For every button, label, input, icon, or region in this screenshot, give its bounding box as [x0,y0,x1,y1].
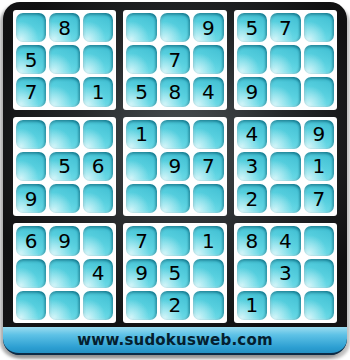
cell-r9c1[interactable] [16,291,46,320]
cell-r6c5[interactable] [160,184,190,213]
cell-r3c5[interactable]: 8 [160,77,190,106]
box-2-3: 493127 [234,117,337,217]
cell-r5c3[interactable]: 6 [83,152,113,181]
cell-r4c5[interactable] [160,120,190,149]
cell-r9c3[interactable] [83,291,113,320]
cell-r9c5[interactable]: 2 [160,291,190,320]
cell-r9c9[interactable] [304,291,334,320]
cell-r6c3[interactable] [83,184,113,213]
cell-r5c9[interactable]: 1 [304,152,334,181]
website-link[interactable]: www.sudokusweb.com [77,331,272,349]
cell-r1c3[interactable] [83,13,113,42]
cell-r7c3[interactable] [83,226,113,255]
cell-r5c5[interactable]: 9 [160,152,190,181]
box-1-3: 579 [234,10,337,110]
cell-r3c1[interactable]: 7 [16,77,46,106]
cell-r5c2[interactable]: 5 [49,152,79,181]
cell-r4c4[interactable]: 1 [126,120,156,149]
cell-r7c9[interactable] [304,226,334,255]
cell-r9c7[interactable]: 1 [237,291,267,320]
cell-r8c5[interactable]: 5 [160,259,190,288]
cell-r7c8[interactable]: 4 [270,226,300,255]
box-1-1: 8571 [13,10,116,110]
cell-r2c4[interactable] [126,45,156,74]
cell-r1c2[interactable]: 8 [49,13,79,42]
cell-r2c7[interactable] [237,45,267,74]
cell-r9c4[interactable] [126,291,156,320]
cell-r6c9[interactable]: 7 [304,184,334,213]
cell-r1c1[interactable] [16,13,46,42]
box-3-1: 694 [13,223,116,323]
cell-r2c8[interactable] [270,45,300,74]
sudoku-page: 857197584579569197493127694719528431 www… [0,0,350,360]
box-2-1: 569 [13,117,116,217]
cell-r3c2[interactable] [49,77,79,106]
box-2-2: 197 [123,117,226,217]
cell-r5c1[interactable] [16,152,46,181]
cell-r2c5[interactable]: 7 [160,45,190,74]
box-3-3: 8431 [234,223,337,323]
cell-r4c9[interactable]: 9 [304,120,334,149]
cell-r8c6[interactable] [193,259,223,288]
cell-r1c5[interactable] [160,13,190,42]
cell-r3c6[interactable]: 4 [193,77,223,106]
cell-r2c6[interactable] [193,45,223,74]
cell-r6c8[interactable] [270,184,300,213]
cell-r6c6[interactable] [193,184,223,213]
cell-r9c8[interactable] [270,291,300,320]
cell-r2c2[interactable] [49,45,79,74]
cell-r8c3[interactable]: 4 [83,259,113,288]
cell-r7c5[interactable] [160,226,190,255]
cell-r3c3[interactable]: 1 [83,77,113,106]
cell-r8c9[interactable] [304,259,334,288]
cell-r6c7[interactable]: 2 [237,184,267,213]
cell-r1c6[interactable]: 9 [193,13,223,42]
cell-r4c2[interactable] [49,120,79,149]
cell-r1c4[interactable] [126,13,156,42]
cell-r8c8[interactable]: 3 [270,259,300,288]
cell-r7c7[interactable]: 8 [237,226,267,255]
cell-r3c4[interactable]: 5 [126,77,156,106]
box-1-2: 97584 [123,10,226,110]
cell-r5c8[interactable] [270,152,300,181]
cell-r3c8[interactable] [270,77,300,106]
cell-r4c8[interactable] [270,120,300,149]
cell-r9c2[interactable] [49,291,79,320]
cell-r7c4[interactable]: 7 [126,226,156,255]
cell-r5c6[interactable]: 7 [193,152,223,181]
cell-r2c9[interactable] [304,45,334,74]
cell-r3c7[interactable]: 9 [237,77,267,106]
cell-r8c7[interactable] [237,259,267,288]
cell-r1c7[interactable]: 5 [237,13,267,42]
cell-r1c9[interactable] [304,13,334,42]
cell-r4c6[interactable] [193,120,223,149]
box-3-2: 71952 [123,223,226,323]
cell-r9c6[interactable] [193,291,223,320]
footer-bar: www.sudokusweb.com [3,327,347,355]
sudoku-board: 857197584579569197493127694719528431 [13,10,337,323]
cell-r6c4[interactable] [126,184,156,213]
cell-r5c7[interactable]: 3 [237,152,267,181]
cell-r2c1[interactable]: 5 [16,45,46,74]
cell-r5c4[interactable] [126,152,156,181]
cell-r4c3[interactable] [83,120,113,149]
cell-r8c2[interactable] [49,259,79,288]
cell-r4c1[interactable] [16,120,46,149]
cell-r4c7[interactable]: 4 [237,120,267,149]
cell-r6c1[interactable]: 9 [16,184,46,213]
cell-r1c8[interactable]: 7 [270,13,300,42]
cell-r2c3[interactable] [83,45,113,74]
cell-r8c1[interactable] [16,259,46,288]
cell-r3c9[interactable] [304,77,334,106]
cell-r6c2[interactable] [49,184,79,213]
board-frame: 857197584579569197493127694719528431 www… [3,2,347,355]
cell-r8c4[interactable]: 9 [126,259,156,288]
cell-r7c6[interactable]: 1 [193,226,223,255]
cell-r7c1[interactable]: 6 [16,226,46,255]
cell-r7c2[interactable]: 9 [49,226,79,255]
